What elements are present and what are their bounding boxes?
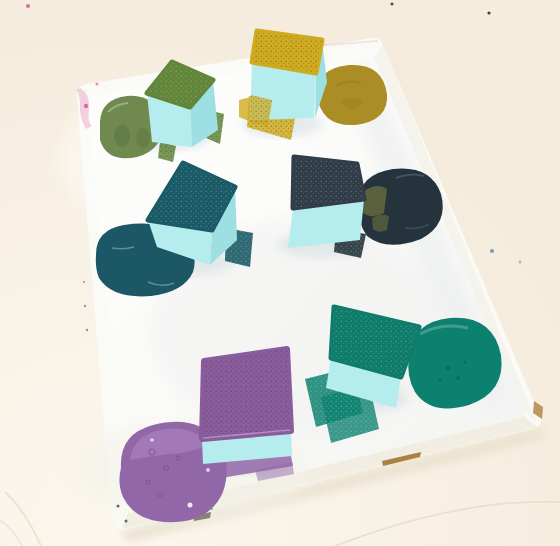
purple-glint xyxy=(150,438,154,442)
blob-texture-mark xyxy=(136,128,150,148)
purple-glint xyxy=(188,503,193,508)
table-speck-dark xyxy=(487,11,490,14)
palette-photo xyxy=(0,0,560,546)
sponge-mustard-yellow xyxy=(250,31,327,127)
tray-edge-chip xyxy=(125,520,128,523)
sponge-texture-overlay xyxy=(202,349,291,439)
blob-texture-mark xyxy=(114,125,130,147)
blob-texture-mark xyxy=(464,361,467,364)
photo-canvas xyxy=(0,0,560,546)
tray-rim-speck xyxy=(84,305,86,307)
blob-texture-mark xyxy=(456,376,460,380)
table-speck-pink xyxy=(26,4,30,8)
tray-pink-dot xyxy=(95,82,98,85)
tray-edge-chip xyxy=(117,505,120,508)
floor-speck-blue xyxy=(490,249,494,253)
tray-pink-dot xyxy=(84,104,88,108)
blob-texture-mark xyxy=(438,378,441,381)
sponge-violet-purple xyxy=(202,349,292,464)
blob-texture-mark xyxy=(446,366,450,370)
blob-smudge xyxy=(372,214,389,231)
stamp-texture xyxy=(250,95,272,127)
table-speck-dark xyxy=(391,3,394,6)
purple-glint xyxy=(206,468,210,472)
tray-rim-speck xyxy=(83,281,85,283)
floor-speck-gold xyxy=(519,261,522,264)
mustard-yellow-blob xyxy=(317,65,387,125)
blob-texture-mark xyxy=(342,97,362,109)
sponge-slate-navy xyxy=(288,157,364,248)
tray-rim-speck xyxy=(86,329,88,331)
mustard-yellow-stamp xyxy=(239,97,251,121)
blob-smudge xyxy=(362,186,387,216)
